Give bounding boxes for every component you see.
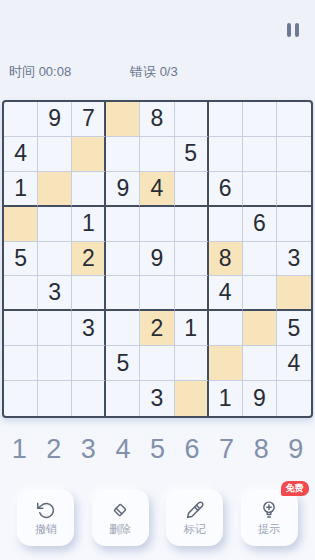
cell-r1c9[interactable] [277,102,311,137]
cell-r6c7[interactable]: 4 [209,276,243,311]
mark-label: 标记 [184,522,206,537]
cell-r1c6[interactable] [175,102,209,137]
cell-r2c3[interactable] [72,137,106,172]
cell-r4c2[interactable] [38,207,72,242]
delete-button[interactable]: 删除 [92,489,149,546]
cell-r3c5[interactable]: 4 [140,172,174,207]
cell-r5c8[interactable] [243,242,277,277]
cell-r5c9[interactable]: 3 [277,242,311,277]
cell-r2c2[interactable] [38,137,72,172]
cell-r9c5[interactable]: 3 [140,381,174,416]
timer: 时间 00:08 [9,63,71,81]
numpad-key-1[interactable]: 1 [2,429,37,469]
numpad-key-9[interactable]: 9 [278,429,313,469]
cell-r1c7[interactable] [209,102,243,137]
cell-r7c9[interactable]: 5 [277,311,311,346]
numpad-key-7[interactable]: 7 [209,429,244,469]
cell-r2c9[interactable] [277,137,311,172]
cell-r8c3[interactable] [72,346,106,381]
cell-r1c4[interactable] [106,102,140,137]
hint-button[interactable]: 免费 提示 [241,489,298,546]
cell-r9c2[interactable] [38,381,72,416]
cell-r2c6[interactable]: 5 [175,137,209,172]
mark-button[interactable]: 标记 [166,489,223,546]
cell-r6c5[interactable] [140,276,174,311]
cell-r8c2[interactable] [38,346,72,381]
cell-r2c1[interactable]: 4 [4,137,38,172]
cell-r3c6[interactable] [175,172,209,207]
cell-r5c5[interactable]: 9 [140,242,174,277]
cell-r5c1[interactable]: 5 [4,242,38,277]
numpad-key-8[interactable]: 8 [244,429,279,469]
cell-r3c7[interactable]: 6 [209,172,243,207]
toolbar: 撤销 删除 标记 免费 提示 [0,489,315,546]
cell-r8c5[interactable] [140,346,174,381]
cell-r6c9[interactable] [277,276,311,311]
cell-r3c1[interactable]: 1 [4,172,38,207]
cell-r5c7[interactable]: 8 [209,242,243,277]
timer-value: 00:08 [39,64,72,79]
delete-label: 删除 [109,522,131,537]
cell-r9c8[interactable]: 9 [243,381,277,416]
cell-r7c8[interactable] [243,311,277,346]
numpad-key-3[interactable]: 3 [71,429,106,469]
eraser-icon [109,499,131,521]
cell-r2c8[interactable] [243,137,277,172]
cell-r9c7[interactable]: 1 [209,381,243,416]
pause-icon [287,23,291,37]
cell-r8c7[interactable] [209,346,243,381]
cell-r9c3[interactable] [72,381,106,416]
cell-r7c5[interactable]: 2 [140,311,174,346]
cell-r9c9[interactable] [277,381,311,416]
cell-r3c8[interactable] [243,172,277,207]
cell-r7c2[interactable] [38,311,72,346]
free-badge: 免费 [281,481,309,496]
cell-r9c4[interactable] [106,381,140,416]
cell-r8c4[interactable]: 5 [106,346,140,381]
cell-r6c2[interactable]: 3 [38,276,72,311]
cell-r9c1[interactable] [4,381,38,416]
undo-button[interactable]: 撤销 [17,489,74,546]
pause-button[interactable] [285,21,301,39]
sudoku-board: 978451946165298334321554319 [2,100,313,418]
cell-r8c1[interactable] [4,346,38,381]
cell-r1c2[interactable]: 9 [38,102,72,137]
numpad-key-4[interactable]: 4 [106,429,141,469]
pause-icon [295,23,299,37]
undo-label: 撤销 [35,522,57,537]
cell-r4c6[interactable] [175,207,209,242]
cell-r9c6[interactable] [175,381,209,416]
cell-r7c7[interactable] [209,311,243,346]
cell-r4c3[interactable]: 1 [72,207,106,242]
cell-r4c5[interactable] [140,207,174,242]
cell-r2c5[interactable] [140,137,174,172]
pencil-icon [184,499,206,521]
cell-r4c1[interactable] [4,207,38,242]
cell-r6c4[interactable] [106,276,140,311]
cell-r5c6[interactable] [175,242,209,277]
cell-r3c9[interactable] [277,172,311,207]
cell-r4c9[interactable] [277,207,311,242]
numpad-key-5[interactable]: 5 [140,429,175,469]
cell-r4c8[interactable]: 6 [243,207,277,242]
cell-r6c1[interactable] [4,276,38,311]
mistakes-value: 0/3 [160,64,178,79]
cell-r7c1[interactable] [4,311,38,346]
cell-r3c3[interactable] [72,172,106,207]
cell-r3c2[interactable] [38,172,72,207]
undo-icon [35,499,57,521]
cell-r8c6[interactable] [175,346,209,381]
mistakes-counter: 错误 0/3 [130,63,178,81]
numpad: 123456789 [2,429,313,469]
status-bar: 时间 00:08 错误 0/3 [0,63,315,79]
cell-r2c7[interactable] [209,137,243,172]
cell-r8c8[interactable] [243,346,277,381]
cell-r4c4[interactable] [106,207,140,242]
cell-r8c9[interactable]: 4 [277,346,311,381]
cell-r1c8[interactable] [243,102,277,137]
cell-r5c4[interactable] [106,242,140,277]
cell-r7c3[interactable]: 3 [72,311,106,346]
cell-r1c1[interactable] [4,102,38,137]
cell-r7c6[interactable]: 1 [175,311,209,346]
cell-r7c4[interactable] [106,311,140,346]
hint-bulb-icon [258,499,280,521]
cell-r1c3[interactable]: 7 [72,102,106,137]
numpad-key-2[interactable]: 2 [37,429,72,469]
cell-r5c3[interactable]: 2 [72,242,106,277]
cell-r6c8[interactable] [243,276,277,311]
cell-r5c2[interactable] [38,242,72,277]
cell-r6c6[interactable] [175,276,209,311]
timer-label: 时间 [9,64,35,79]
cell-r4c7[interactable] [209,207,243,242]
numpad-key-6[interactable]: 6 [175,429,210,469]
hint-label: 提示 [258,522,280,537]
cell-r1c5[interactable]: 8 [140,102,174,137]
cell-r6c3[interactable] [72,276,106,311]
cell-r2c4[interactable] [106,137,140,172]
mistakes-label: 错误 [130,64,156,79]
cell-r3c4[interactable]: 9 [106,172,140,207]
